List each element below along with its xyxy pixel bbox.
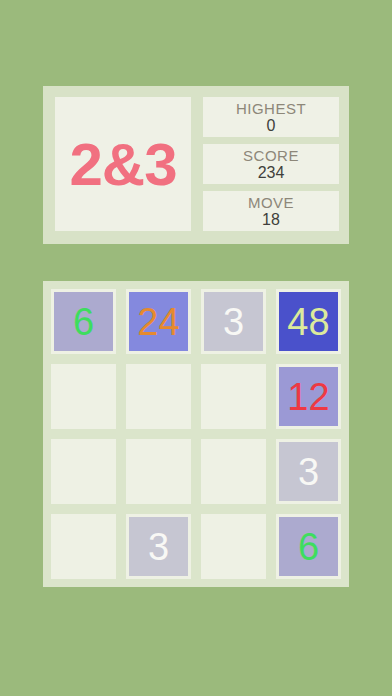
board-cell: 6 xyxy=(51,289,116,354)
board-cell: 3 xyxy=(276,439,341,504)
board-cell: 48 xyxy=(276,289,341,354)
score-stat-box: SCORE 234 xyxy=(203,144,339,184)
game-title: 2&3 xyxy=(69,130,176,199)
move-value: 18 xyxy=(262,211,280,229)
highest-stat-box: HIGHEST 0 xyxy=(203,97,339,137)
board-cell xyxy=(51,514,116,579)
score-label: SCORE xyxy=(243,147,299,164)
tile-48: 48 xyxy=(279,292,338,351)
board-cell: 12 xyxy=(276,364,341,429)
tile-12: 12 xyxy=(279,367,338,426)
move-label: MOVE xyxy=(248,194,294,211)
board-cell xyxy=(51,364,116,429)
stats-column: HIGHEST 0 SCORE 234 MOVE 18 xyxy=(203,97,339,231)
board-cell: 24 xyxy=(126,289,191,354)
board-cell: 3 xyxy=(126,514,191,579)
board-cell xyxy=(201,514,266,579)
tile-6: 6 xyxy=(54,292,113,351)
highest-label: HIGHEST xyxy=(236,100,306,117)
score-value: 234 xyxy=(258,164,285,182)
highest-value: 0 xyxy=(267,117,276,135)
game-board[interactable]: 62434812336 xyxy=(43,281,349,587)
board-cell xyxy=(201,439,266,504)
app-background: 2&3 HIGHEST 0 SCORE 234 MOVE 18 62434812… xyxy=(0,0,392,696)
header-panel: 2&3 HIGHEST 0 SCORE 234 MOVE 18 xyxy=(43,86,349,244)
tile-3: 3 xyxy=(279,442,338,501)
board-cell xyxy=(126,364,191,429)
tile-3: 3 xyxy=(129,517,188,576)
move-stat-box: MOVE 18 xyxy=(203,191,339,231)
tile-6: 6 xyxy=(279,517,338,576)
board-cell xyxy=(201,364,266,429)
tile-3: 3 xyxy=(204,292,263,351)
game-title-box: 2&3 xyxy=(55,97,191,231)
board-cell xyxy=(126,439,191,504)
board-cell xyxy=(51,439,116,504)
board-cell: 6 xyxy=(276,514,341,579)
tile-24: 24 xyxy=(129,292,188,351)
board-cell: 3 xyxy=(201,289,266,354)
